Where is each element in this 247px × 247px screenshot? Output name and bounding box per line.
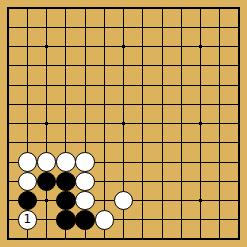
black-stone <box>56 172 76 192</box>
black-stone <box>75 210 95 230</box>
black-stone <box>18 191 38 211</box>
black-stone <box>56 191 76 211</box>
black-stone <box>56 210 76 230</box>
white-stone <box>95 210 115 230</box>
goban-diagram: 1 <box>0 0 247 247</box>
white-stone: 1 <box>18 210 38 230</box>
white-stone <box>75 191 95 211</box>
black-stone <box>37 172 57 192</box>
white-stone <box>37 152 57 172</box>
white-stone <box>75 152 95 172</box>
white-stone <box>18 152 38 172</box>
white-stone <box>56 152 76 172</box>
white-stone <box>114 191 134 211</box>
go-board: 1 <box>0 0 247 247</box>
white-stone <box>75 172 95 192</box>
move-number-label: 1 <box>23 213 31 226</box>
white-stone <box>18 172 38 192</box>
